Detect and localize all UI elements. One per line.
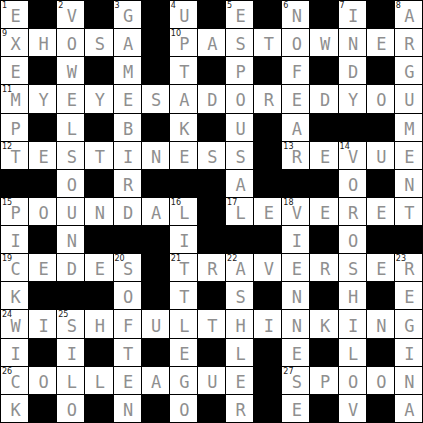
black-cell-r14c5 xyxy=(142,395,169,422)
cell-letter: E xyxy=(236,374,246,391)
clue-number-26: 26 xyxy=(2,367,12,376)
cell-r9c13[interactable]: E xyxy=(367,254,394,281)
cell-r11c10[interactable]: N xyxy=(282,310,309,337)
black-cell-r10c13 xyxy=(367,282,394,309)
black-cell-r0c7 xyxy=(198,1,225,28)
cell-letter: S xyxy=(236,149,246,166)
cell-r9c12[interactable]: S xyxy=(339,254,366,281)
cell-letter: A xyxy=(236,261,246,278)
black-cell-r12c13 xyxy=(367,339,394,366)
cell-r13c11[interactable]: P xyxy=(310,367,337,394)
black-cell-r4c1 xyxy=(29,114,56,141)
cell-r1c7[interactable]: A xyxy=(198,29,225,56)
black-cell-r12c9 xyxy=(254,339,281,366)
cell-r5c4[interactable]: I xyxy=(114,142,141,169)
cell-letter: L xyxy=(236,346,246,363)
clue-number-14: 14 xyxy=(340,142,350,151)
cell-r11c8[interactable]: H xyxy=(226,310,253,337)
cell-letter: T xyxy=(123,346,133,363)
cell-r5c6[interactable]: E xyxy=(170,142,197,169)
cell-r12c4[interactable]: T xyxy=(114,339,141,366)
black-cell-r6c5 xyxy=(142,170,169,197)
black-cell-r6c11 xyxy=(310,170,337,197)
cell-letter: S xyxy=(123,261,133,278)
cell-r12c12[interactable]: L xyxy=(339,339,366,366)
clue-number-22: 22 xyxy=(227,254,237,263)
cell-letter: V xyxy=(348,149,358,166)
cell-letter: R xyxy=(404,261,414,278)
cell-r8c0[interactable]: I xyxy=(1,226,28,253)
cell-letter: T xyxy=(179,261,189,278)
cell-r13c10[interactable]: 27S xyxy=(282,367,309,394)
cell-r11c3[interactable]: H xyxy=(85,310,112,337)
cell-r10c14[interactable]: E xyxy=(395,282,422,309)
cell-letter: N xyxy=(348,36,358,53)
cell-r1c12[interactable]: N xyxy=(339,29,366,56)
cell-letter: E xyxy=(264,205,274,222)
clue-number-1: 1 xyxy=(2,1,7,10)
cell-letter: R xyxy=(348,205,358,222)
cell-r7c6[interactable]: 16L xyxy=(170,198,197,225)
cell-letter: F xyxy=(292,64,302,81)
cell-letter: E xyxy=(67,92,77,109)
cell-r12c14[interactable]: I xyxy=(395,339,422,366)
clue-number-23: 23 xyxy=(396,254,406,263)
black-cell-r10c2 xyxy=(57,282,84,309)
cell-letter: D xyxy=(67,261,77,278)
black-cell-r6c0 xyxy=(1,170,28,197)
cell-r2c2[interactable]: W xyxy=(57,57,84,84)
cell-letter: P xyxy=(10,121,20,138)
clue-number-17: 17 xyxy=(227,198,237,207)
cell-letter: L xyxy=(179,205,189,222)
black-cell-r2c5 xyxy=(142,57,169,84)
cell-r7c12[interactable]: R xyxy=(339,198,366,225)
cell-letter: E xyxy=(123,92,133,109)
cell-r6c2[interactable]: O xyxy=(57,170,84,197)
cell-r5c13[interactable]: U xyxy=(367,142,394,169)
black-cell-r12c5 xyxy=(142,339,169,366)
black-cell-r7c7 xyxy=(198,198,225,225)
cell-letter: L xyxy=(95,374,105,391)
cell-letter: W xyxy=(67,64,77,81)
cell-r7c8[interactable]: 17L xyxy=(226,198,253,225)
cell-r8c2[interactable]: N xyxy=(57,226,84,253)
cell-letter: V xyxy=(264,261,274,278)
cell-r13c8[interactable]: E xyxy=(226,367,253,394)
clue-number-2: 2 xyxy=(58,1,63,10)
cell-r14c2[interactable]: O xyxy=(57,395,84,422)
cell-r9c14[interactable]: 23R xyxy=(395,254,422,281)
cell-r9c3[interactable]: E xyxy=(85,254,112,281)
cell-r2c4[interactable]: M xyxy=(114,57,141,84)
black-cell-r2c13 xyxy=(367,57,394,84)
cell-letter: I xyxy=(10,233,20,250)
cell-r1c8[interactable]: S xyxy=(226,29,253,56)
cell-r9c6[interactable]: 21T xyxy=(170,254,197,281)
cell-r1c9[interactable]: T xyxy=(254,29,281,56)
cell-r10c10[interactable]: N xyxy=(282,282,309,309)
cell-r5c10[interactable]: 13R xyxy=(282,142,309,169)
cell-letter: P xyxy=(10,205,20,222)
cell-letter: P xyxy=(236,64,246,81)
cell-r10c4[interactable]: O xyxy=(114,282,141,309)
cell-r3c11[interactable]: D xyxy=(310,85,337,112)
cell-r11c9[interactable]: I xyxy=(254,310,281,337)
cell-r0c0[interactable]: 1E xyxy=(1,1,28,28)
cell-letter: V xyxy=(292,205,302,222)
cell-r1c10[interactable]: O xyxy=(282,29,309,56)
cell-r12c10[interactable]: E xyxy=(282,339,309,366)
black-cell-r10c9 xyxy=(254,282,281,309)
cell-r9c8[interactable]: 22A xyxy=(226,254,253,281)
black-cell-r4c5 xyxy=(142,114,169,141)
cell-r5c2[interactable]: S xyxy=(57,142,84,169)
cell-r6c12[interactable]: O xyxy=(339,170,366,197)
cell-letter: H xyxy=(236,318,246,335)
cell-r2c6[interactable]: T xyxy=(170,57,197,84)
cell-letter: O xyxy=(39,205,49,222)
cell-letter: O xyxy=(348,233,358,250)
cell-r11c2[interactable]: 25S xyxy=(57,310,84,337)
cell-r5c7[interactable]: S xyxy=(198,142,225,169)
cell-r9c1[interactable]: E xyxy=(29,254,56,281)
cell-r11c5[interactable]: U xyxy=(142,310,169,337)
cell-r2c0[interactable]: E xyxy=(1,57,28,84)
cell-r12c2[interactable]: I xyxy=(57,339,84,366)
cell-r11c1[interactable]: I xyxy=(29,310,56,337)
cell-r14c8[interactable]: R xyxy=(226,395,253,422)
black-cell-r12c3 xyxy=(85,339,112,366)
black-cell-r5c9 xyxy=(254,142,281,169)
cell-r11c12[interactable]: I xyxy=(339,310,366,337)
cell-r6c8[interactable]: A xyxy=(226,170,253,197)
cell-r13c1[interactable]: O xyxy=(29,367,56,394)
cell-letter: S xyxy=(236,36,246,53)
cell-r3c2[interactable]: E xyxy=(57,85,84,112)
cell-letter: Y xyxy=(95,92,105,109)
cell-r10c8[interactable]: S xyxy=(226,282,253,309)
cell-r7c14[interactable]: T xyxy=(395,198,422,225)
cell-letter: L xyxy=(179,318,189,335)
cell-letter: U xyxy=(179,8,189,25)
cell-letter: N xyxy=(95,205,105,222)
black-cell-r6c9 xyxy=(254,170,281,197)
cell-r1c6[interactable]: 10P xyxy=(170,29,197,56)
cell-r7c13[interactable]: E xyxy=(367,198,394,225)
cell-letter: A xyxy=(179,92,189,109)
black-cell-r1c5 xyxy=(142,29,169,56)
cell-r12c0[interactable]: I xyxy=(1,339,28,366)
cell-r2c12[interactable]: D xyxy=(339,57,366,84)
cell-letter: I xyxy=(348,318,358,335)
cell-r5c5[interactable]: N xyxy=(142,142,169,169)
cell-letter: E xyxy=(376,261,386,278)
black-cell-r12c7 xyxy=(198,339,225,366)
cell-letter: E xyxy=(292,261,302,278)
black-cell-r8c1 xyxy=(29,226,56,253)
cell-r3c1[interactable]: Y xyxy=(29,85,56,112)
cell-r11c0[interactable]: 24W xyxy=(1,310,28,337)
cell-r14c14[interactable]: A xyxy=(395,395,422,422)
cell-r14c0[interactable]: K xyxy=(1,395,28,422)
cell-letter: W xyxy=(10,318,20,335)
cell-r11c4[interactable]: F xyxy=(114,310,141,337)
cell-r7c5[interactable]: A xyxy=(142,198,169,225)
cell-r14c6[interactable]: O xyxy=(170,395,197,422)
cell-r3c7[interactable]: D xyxy=(198,85,225,112)
cell-r3c8[interactable]: O xyxy=(226,85,253,112)
cell-r6c14[interactable]: N xyxy=(395,170,422,197)
cell-letter: R xyxy=(264,92,274,109)
black-cell-r12c1 xyxy=(29,339,56,366)
cell-r7c3[interactable]: N xyxy=(85,198,112,225)
cell-r13c12[interactable]: O xyxy=(339,367,366,394)
cell-r5c8[interactable]: S xyxy=(226,142,253,169)
cell-letter: R xyxy=(320,261,330,278)
cell-r1c13[interactable]: E xyxy=(367,29,394,56)
cell-r13c5[interactable]: A xyxy=(142,367,169,394)
cell-letter: A xyxy=(404,8,414,25)
cell-r11c14[interactable]: G xyxy=(395,310,422,337)
cell-r1c0[interactable]: 9X xyxy=(1,29,28,56)
cell-letter: N xyxy=(292,318,302,335)
cell-r14c12[interactable]: V xyxy=(339,395,366,422)
cell-letter: I xyxy=(264,318,274,335)
cell-r0c8[interactable]: 5E xyxy=(226,1,253,28)
cell-r5c14[interactable]: E xyxy=(395,142,422,169)
cell-letter: K xyxy=(10,402,20,419)
cell-letter: O xyxy=(348,374,358,391)
cell-r3c14[interactable]: U xyxy=(395,85,422,112)
cell-r2c8[interactable]: P xyxy=(226,57,253,84)
cell-r8c10[interactable]: I xyxy=(282,226,309,253)
cell-r7c4[interactable]: D xyxy=(114,198,141,225)
cell-r9c0[interactable]: 19C xyxy=(1,254,28,281)
cell-r13c4[interactable]: E xyxy=(114,367,141,394)
clue-number-11: 11 xyxy=(2,85,12,94)
cell-r9c2[interactable]: D xyxy=(57,254,84,281)
cell-r13c0[interactable]: 26C xyxy=(1,367,28,394)
cell-r1c2[interactable]: O xyxy=(57,29,84,56)
cell-r1c14[interactable]: R xyxy=(395,29,422,56)
cell-letter: S xyxy=(348,261,358,278)
cell-r7c1[interactable]: O xyxy=(29,198,56,225)
cell-letter: N xyxy=(292,289,302,306)
cell-letter: G xyxy=(404,64,414,81)
cell-r1c3[interactable]: S xyxy=(85,29,112,56)
cell-r4c10[interactable]: A xyxy=(282,114,309,141)
cell-r1c11[interactable]: W xyxy=(310,29,337,56)
cell-r11c6[interactable]: L xyxy=(170,310,197,337)
cell-r12c8[interactable]: L xyxy=(226,339,253,366)
cell-r4c6[interactable]: K xyxy=(170,114,197,141)
cell-letter: S xyxy=(207,149,217,166)
cell-letter: D xyxy=(123,205,133,222)
cell-letter: U xyxy=(404,92,414,109)
cell-letter: E xyxy=(95,261,105,278)
cell-r2c10[interactable]: F xyxy=(282,57,309,84)
cell-r5c12[interactable]: 14V xyxy=(339,142,366,169)
cell-letter: G xyxy=(123,8,133,25)
cell-r3c0[interactable]: 11M xyxy=(1,85,28,112)
black-cell-r4c3 xyxy=(85,114,112,141)
cell-letter: E xyxy=(123,374,133,391)
cell-r4c0[interactable]: P xyxy=(1,114,28,141)
cell-letter: E xyxy=(236,8,246,25)
cell-r9c9[interactable]: V xyxy=(254,254,281,281)
cell-r7c11[interactable]: E xyxy=(310,198,337,225)
black-cell-r14c3 xyxy=(85,395,112,422)
cell-letter: O xyxy=(292,36,302,53)
cell-r6c4[interactable]: R xyxy=(114,170,141,197)
cell-r0c6[interactable]: 4U xyxy=(170,1,197,28)
cell-letter: N xyxy=(404,374,414,391)
cell-r3c5[interactable]: S xyxy=(142,85,169,112)
black-cell-r4c13 xyxy=(367,114,394,141)
cell-letter: O xyxy=(376,374,386,391)
cell-r7c0[interactable]: 15P xyxy=(1,198,28,225)
cell-r9c7[interactable]: R xyxy=(198,254,225,281)
cell-letter: A xyxy=(236,177,246,194)
cell-r2c14[interactable]: G xyxy=(395,57,422,84)
cell-r7c9[interactable]: E xyxy=(254,198,281,225)
black-cell-r8c9 xyxy=(254,226,281,253)
clue-number-10: 10 xyxy=(171,29,181,38)
cell-r0c4[interactable]: 3G xyxy=(114,1,141,28)
cell-r14c10[interactable]: E xyxy=(282,395,309,422)
cell-r14c4[interactable]: N xyxy=(114,395,141,422)
cell-r7c10[interactable]: 18V xyxy=(282,198,309,225)
cell-r10c0[interactable]: K xyxy=(1,282,28,309)
black-cell-r14c13 xyxy=(367,395,394,422)
cell-r5c3[interactable]: T xyxy=(85,142,112,169)
cell-r1c1[interactable]: H xyxy=(29,29,56,56)
cell-letter: S xyxy=(236,289,246,306)
cell-letter: S xyxy=(95,36,105,53)
cell-r9c10[interactable]: E xyxy=(282,254,309,281)
clue-number-5: 5 xyxy=(227,1,232,10)
cell-r11c13[interactable]: N xyxy=(367,310,394,337)
cell-letter: T xyxy=(179,64,189,81)
cell-r13c3[interactable]: L xyxy=(85,367,112,394)
black-cell-r6c7 xyxy=(198,170,225,197)
black-cell-r13c9 xyxy=(254,367,281,394)
cell-r12c6[interactable]: E xyxy=(170,339,197,366)
black-cell-r4c12 xyxy=(339,114,366,141)
cell-letter: G xyxy=(179,374,189,391)
cell-r0c14[interactable]: 8A xyxy=(395,1,422,28)
cell-r8c6[interactable]: I xyxy=(170,226,197,253)
cell-r3c3[interactable]: Y xyxy=(85,85,112,112)
cell-letter: S xyxy=(67,149,77,166)
cell-r1c4[interactable]: A xyxy=(114,29,141,56)
cell-letter: U xyxy=(236,121,246,138)
cell-r3c9[interactable]: R xyxy=(254,85,281,112)
cell-letter: E xyxy=(320,205,330,222)
cell-r8c12[interactable]: O xyxy=(339,226,366,253)
cell-letter: N xyxy=(404,177,414,194)
cell-r11c11[interactable]: K xyxy=(310,310,337,337)
cell-letter: H xyxy=(39,36,49,53)
cell-letter: H xyxy=(95,318,105,335)
cell-letter: N xyxy=(151,149,161,166)
cell-r3c4[interactable]: E xyxy=(114,85,141,112)
cell-r13c14[interactable]: N xyxy=(395,367,422,394)
cell-letter: S xyxy=(292,374,302,391)
clue-number-20: 20 xyxy=(115,254,125,263)
cell-letter: E xyxy=(376,36,386,53)
clue-number-24: 24 xyxy=(2,310,12,319)
cell-letter: O xyxy=(67,36,77,53)
cell-r13c13[interactable]: O xyxy=(367,367,394,394)
cell-r13c7[interactable]: U xyxy=(198,367,225,394)
cell-letter: U xyxy=(207,374,217,391)
cell-r9c4[interactable]: 20S xyxy=(114,254,141,281)
cell-r3c10[interactable]: E xyxy=(282,85,309,112)
clue-number-19: 19 xyxy=(2,254,12,263)
cell-r7c2[interactable]: U xyxy=(57,198,84,225)
cell-r0c12[interactable]: 7I xyxy=(339,1,366,28)
cell-r5c0[interactable]: 12T xyxy=(1,142,28,169)
cell-letter: R xyxy=(292,149,302,166)
cell-r9c11[interactable]: R xyxy=(310,254,337,281)
cell-r0c10[interactable]: 6N xyxy=(282,1,309,28)
black-cell-r14c9 xyxy=(254,395,281,422)
black-cell-r6c3 xyxy=(85,170,112,197)
black-cell-r0c1 xyxy=(29,1,56,28)
clue-number-4: 4 xyxy=(171,1,176,10)
cell-letter: N xyxy=(67,233,77,250)
cell-letter: G xyxy=(404,318,414,335)
cell-r5c11[interactable]: E xyxy=(310,142,337,169)
cell-r0c2[interactable]: 2V xyxy=(57,1,84,28)
black-cell-r8c14 xyxy=(395,226,422,253)
cell-letter: A xyxy=(207,36,217,53)
black-cell-r2c11 xyxy=(310,57,337,84)
cell-r11c7[interactable]: T xyxy=(198,310,225,337)
cell-r4c4[interactable]: B xyxy=(114,114,141,141)
cell-letter: U xyxy=(67,205,77,222)
cell-letter: E xyxy=(292,346,302,363)
cell-r4c8[interactable]: U xyxy=(226,114,253,141)
cell-r3c12[interactable]: Y xyxy=(339,85,366,112)
cell-r10c12[interactable]: H xyxy=(339,282,366,309)
cell-letter: C xyxy=(10,261,20,278)
black-cell-r10c11 xyxy=(310,282,337,309)
cell-letter: H xyxy=(348,289,358,306)
cell-r3c6[interactable]: A xyxy=(170,85,197,112)
cell-letter: K xyxy=(320,318,330,335)
cell-letter: T xyxy=(404,205,414,222)
black-cell-r10c1 xyxy=(29,282,56,309)
cell-r10c6[interactable]: T xyxy=(170,282,197,309)
cell-r13c6[interactable]: G xyxy=(170,367,197,394)
cell-letter: O xyxy=(179,402,189,419)
cell-letter: O xyxy=(123,289,133,306)
cell-letter: M xyxy=(10,92,20,109)
black-cell-r0c9 xyxy=(254,1,281,28)
cell-letter: I xyxy=(404,346,414,363)
cell-r13c2[interactable]: L xyxy=(57,367,84,394)
cell-r3c13[interactable]: O xyxy=(367,85,394,112)
black-cell-r14c1 xyxy=(29,395,56,422)
black-cell-r9c5 xyxy=(142,254,169,281)
cell-r4c2[interactable]: L xyxy=(57,114,84,141)
cell-r5c1[interactable]: E xyxy=(29,142,56,169)
cell-letter: N xyxy=(376,318,386,335)
cell-r4c14[interactable]: M xyxy=(395,114,422,141)
